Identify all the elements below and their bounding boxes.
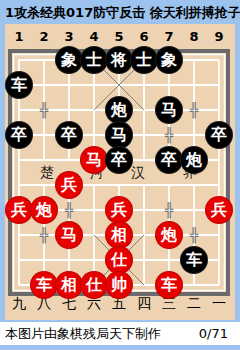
piece-black-卒[interactable]: 卒 — [6, 122, 32, 148]
file-label-top: 9 — [207, 29, 232, 44]
file-label-top: 1 — [7, 29, 32, 44]
point-marker-icon: ╬ — [32, 98, 57, 123]
piece-black-炮[interactable]: 炮 — [106, 97, 132, 123]
file-label-bottom: 四 — [132, 295, 157, 313]
file-label-top: 2 — [32, 29, 57, 44]
file-label-top: 3 — [57, 29, 82, 44]
piece-red-仕[interactable]: 仕 — [81, 272, 107, 298]
piece-black-卒[interactable]: 卒 — [106, 147, 132, 173]
xiangqi-board-grid: ╬╬╬╬╬╬╬象士将士象车炮马卒卒马卒马卒卒炮兵兵炮兵兵马相炮仕车车相仕帅车 — [7, 48, 232, 298]
piece-red-兵[interactable]: 兵 — [206, 197, 232, 223]
file-label-bottom: 二 — [182, 295, 207, 313]
piece-black-炮[interactable]: 炮 — [181, 147, 207, 173]
file-label-top: 7 — [157, 29, 182, 44]
piece-black-卒[interactable]: 卒 — [56, 122, 82, 148]
piece-red-马[interactable]: 马 — [81, 147, 107, 173]
piece-red-仕[interactable]: 仕 — [106, 247, 132, 273]
piece-red-相[interactable]: 相 — [56, 272, 82, 298]
point-marker-icon: ╬ — [190, 228, 198, 242]
piece-black-马[interactable]: 马 — [106, 122, 132, 148]
piece-black-将[interactable]: 将 — [106, 47, 132, 73]
point-marker-icon: ╬ — [40, 103, 48, 117]
piece-black-士[interactable]: 士 — [81, 47, 107, 73]
point-marker-icon: ╬ — [157, 198, 182, 223]
piece-black-车[interactable]: 车 — [181, 247, 207, 273]
point-marker-icon: ╬ — [157, 123, 182, 148]
file-label-bottom: 一 — [207, 295, 232, 313]
file-label-bottom: 九 — [7, 295, 32, 313]
point-marker-icon: ╬ — [57, 198, 82, 223]
piece-black-象[interactable]: 象 — [156, 47, 182, 73]
point-marker-icon: ╬ — [32, 223, 57, 248]
point-marker-icon: ╬ — [182, 98, 207, 123]
piece-black-马[interactable]: 马 — [156, 97, 182, 123]
point-marker-icon: ╬ — [65, 203, 73, 217]
point-marker-icon: ╬ — [165, 128, 173, 142]
point-marker-icon: ╬ — [40, 228, 48, 242]
file-label-top: 8 — [182, 29, 207, 44]
piece-black-象[interactable]: 象 — [56, 47, 82, 73]
piece-red-车[interactable]: 车 — [156, 272, 182, 298]
piece-red-车[interactable]: 车 — [31, 272, 57, 298]
piece-red-炮[interactable]: 炮 — [156, 222, 182, 248]
piece-red-兵[interactable]: 兵 — [6, 197, 32, 223]
piece-red-炮[interactable]: 炮 — [31, 197, 57, 223]
title-bar: 1攻杀经典017防守反击 徐天利拼搏抢子斗倒 — [0, 0, 240, 24]
piece-red-兵[interactable]: 兵 — [56, 172, 82, 198]
piece-black-士[interactable]: 士 — [131, 47, 157, 73]
file-label-top: 6 — [132, 29, 157, 44]
piece-black-卒[interactable]: 卒 — [156, 147, 182, 173]
piece-red-兵[interactable]: 兵 — [106, 197, 132, 223]
point-marker-icon: ╬ — [165, 203, 173, 217]
piece-black-车[interactable]: 车 — [6, 72, 32, 98]
file-label-top: 5 — [107, 29, 132, 44]
credit-text: 本图片由象棋残局天下制作 — [5, 325, 161, 343]
piece-red-帅[interactable]: 帅 — [106, 272, 132, 298]
xiangqi-board-panel: 123456789 九八七六五四三二一 楚河汉界 ╬╬╬╬╬╬╬象士将士象车炮马… — [5, 24, 235, 320]
point-marker-icon: ╬ — [190, 103, 198, 117]
footer-bar: 本图片由象棋残局天下制作 0/71 — [0, 322, 240, 345]
move-counter: 0/71 — [199, 326, 228, 341]
piece-red-相[interactable]: 相 — [106, 222, 132, 248]
top-coordinates: 123456789 — [7, 29, 232, 44]
point-marker-icon: ╬ — [182, 223, 207, 248]
piece-red-马[interactable]: 马 — [56, 222, 82, 248]
piece-black-卒[interactable]: 卒 — [206, 122, 232, 148]
page-title: 1攻杀经典017防守反击 徐天利拼搏抢子斗倒 — [0, 0, 240, 22]
app-window: 1攻杀经典017防守反击 徐天利拼搏抢子斗倒 — [0, 0, 240, 350]
file-label-top: 4 — [82, 29, 107, 44]
